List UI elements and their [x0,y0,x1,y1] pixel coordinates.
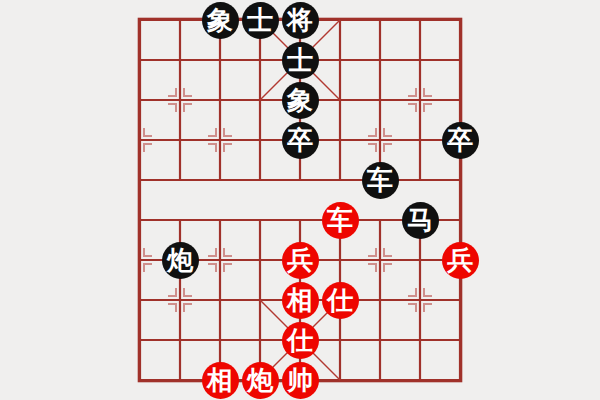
piece-black-general[interactable]: 将 [282,2,319,39]
piece-black-horse[interactable]: 马 [402,202,439,239]
piece-black-chariot[interactable]: 车 [362,162,399,199]
piece-black-soldier[interactable]: 卒 [282,122,319,159]
piece-black-soldier[interactable]: 卒 [442,122,479,159]
piece-red-cannon[interactable]: 炮 [242,362,279,399]
piece-red-soldier[interactable]: 兵 [442,242,479,279]
pieces-layer: 象士将士象卒卒车马炮车兵兵相仕仕相炮帅 [0,0,600,400]
piece-black-elephant[interactable]: 象 [282,82,319,119]
piece-red-general[interactable]: 帅 [282,362,319,399]
piece-black-cannon[interactable]: 炮 [162,242,199,279]
piece-black-elephant[interactable]: 象 [202,2,239,39]
piece-red-advisor[interactable]: 仕 [282,322,319,359]
piece-red-elephant[interactable]: 相 [202,362,239,399]
xiangqi-diagram: 象士将士象卒卒车马炮车兵兵相仕仕相炮帅 [0,0,600,400]
piece-red-soldier[interactable]: 兵 [282,242,319,279]
piece-black-advisor[interactable]: 士 [282,42,319,79]
piece-black-advisor[interactable]: 士 [242,2,279,39]
piece-red-advisor[interactable]: 仕 [322,282,359,319]
piece-red-elephant[interactable]: 相 [282,282,319,319]
piece-red-chariot[interactable]: 车 [322,202,359,239]
